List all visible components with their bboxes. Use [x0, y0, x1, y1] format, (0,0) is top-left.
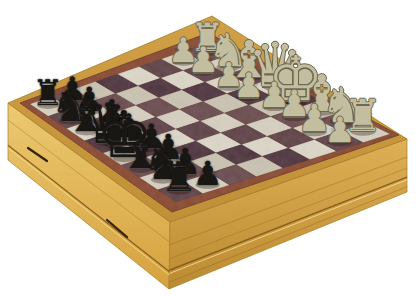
chess-set-photo: ♜♜♟♟♞♞♟♟♝♝♟♟♛♛♟♟♟♟♚♚♜♜♟♟♟♟♝♝♟♟♞♞♞♞♟♟♜♜♝♝…	[0, 0, 416, 296]
piece-white-pawn[interactable]: ♟	[324, 113, 355, 148]
piece-black-pawn[interactable]: ♟	[193, 157, 223, 190]
pieces-layer: ♜♜♟♟♞♞♟♟♝♝♟♟♛♛♟♟♟♟♚♚♜♜♟♟♟♟♝♝♟♟♞♞♞♞♟♟♜♜♝♝…	[0, 0, 416, 296]
piece-black-rook[interactable]: ♜	[161, 156, 197, 196]
